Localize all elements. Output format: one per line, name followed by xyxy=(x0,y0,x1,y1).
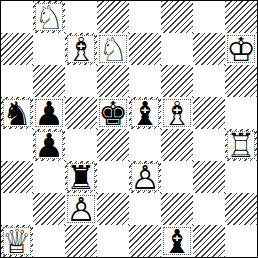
square-g2[interactable] xyxy=(193,193,225,225)
square-a5[interactable]: ♞ xyxy=(1,97,33,129)
square-d3[interactable] xyxy=(97,161,129,193)
square-c7[interactable]: ♗ xyxy=(65,33,97,65)
square-f5[interactable]: ♗ xyxy=(161,97,193,129)
square-h3[interactable] xyxy=(225,161,257,193)
square-f1[interactable]: ♝ xyxy=(161,225,193,257)
square-a8[interactable] xyxy=(1,1,33,33)
square-c6[interactable] xyxy=(65,65,97,97)
square-a1[interactable]: ♕ xyxy=(1,225,33,257)
square-b3[interactable] xyxy=(33,161,65,193)
square-e2[interactable] xyxy=(129,193,161,225)
white-rook-icon[interactable]: ♖ xyxy=(225,129,257,161)
square-f3[interactable] xyxy=(161,161,193,193)
square-d5[interactable]: ♚ xyxy=(97,97,129,129)
square-e1[interactable] xyxy=(129,225,161,257)
square-h6[interactable] xyxy=(225,65,257,97)
square-b2[interactable] xyxy=(33,193,65,225)
square-b7[interactable] xyxy=(33,33,65,65)
chess-board: ♘♗♘♔♞♟♚♝♗♟♖♜♙♙♕♝ xyxy=(0,0,258,258)
square-e7[interactable] xyxy=(129,33,161,65)
square-b1[interactable] xyxy=(33,225,65,257)
white-pawn-icon[interactable]: ♙ xyxy=(129,161,161,193)
square-f7[interactable] xyxy=(161,33,193,65)
black-pawn-icon[interactable]: ♟ xyxy=(33,129,65,161)
square-f8[interactable] xyxy=(161,1,193,33)
square-e5[interactable]: ♝ xyxy=(129,97,161,129)
square-c8[interactable] xyxy=(65,1,97,33)
square-g5[interactable] xyxy=(193,97,225,129)
black-bishop-icon[interactable]: ♝ xyxy=(161,225,193,257)
square-d6[interactable] xyxy=(97,65,129,97)
square-c3[interactable]: ♜ xyxy=(65,161,97,193)
square-h7[interactable]: ♔ xyxy=(225,33,257,65)
square-e6[interactable] xyxy=(129,65,161,97)
square-g4[interactable] xyxy=(193,129,225,161)
white-bishop-icon[interactable]: ♗ xyxy=(65,33,97,65)
white-knight-icon[interactable]: ♘ xyxy=(33,1,65,33)
square-d1[interactable] xyxy=(97,225,129,257)
square-h2[interactable] xyxy=(225,193,257,225)
square-d7[interactable]: ♘ xyxy=(97,33,129,65)
white-knight-icon[interactable]: ♘ xyxy=(97,33,129,65)
square-a3[interactable] xyxy=(1,161,33,193)
square-c2[interactable]: ♙ xyxy=(65,193,97,225)
square-f6[interactable] xyxy=(161,65,193,97)
square-e4[interactable] xyxy=(129,129,161,161)
square-c4[interactable] xyxy=(65,129,97,161)
square-h8[interactable] xyxy=(225,1,257,33)
square-c5[interactable] xyxy=(65,97,97,129)
white-pawn-icon[interactable]: ♙ xyxy=(65,193,97,225)
square-d8[interactable] xyxy=(97,1,129,33)
square-b6[interactable] xyxy=(33,65,65,97)
black-knight-icon[interactable]: ♞ xyxy=(1,97,33,129)
black-king-icon[interactable]: ♚ xyxy=(97,97,129,129)
square-g7[interactable] xyxy=(193,33,225,65)
square-d2[interactable] xyxy=(97,193,129,225)
square-f4[interactable] xyxy=(161,129,193,161)
square-a6[interactable] xyxy=(1,65,33,97)
white-bishop-icon[interactable]: ♗ xyxy=(161,97,193,129)
square-c1[interactable] xyxy=(65,225,97,257)
square-h5[interactable] xyxy=(225,97,257,129)
square-f2[interactable] xyxy=(161,193,193,225)
square-b4[interactable]: ♟ xyxy=(33,129,65,161)
black-rook-icon[interactable]: ♜ xyxy=(65,161,97,193)
white-queen-icon[interactable]: ♕ xyxy=(1,225,33,257)
square-g3[interactable] xyxy=(193,161,225,193)
square-h4[interactable]: ♖ xyxy=(225,129,257,161)
square-e3[interactable]: ♙ xyxy=(129,161,161,193)
black-pawn-icon[interactable]: ♟ xyxy=(33,97,65,129)
square-g6[interactable] xyxy=(193,65,225,97)
square-a7[interactable] xyxy=(1,33,33,65)
square-d4[interactable] xyxy=(97,129,129,161)
square-b5[interactable]: ♟ xyxy=(33,97,65,129)
square-a4[interactable] xyxy=(1,129,33,161)
square-g1[interactable] xyxy=(193,225,225,257)
white-king-icon[interactable]: ♔ xyxy=(225,33,257,65)
square-b8[interactable]: ♘ xyxy=(33,1,65,33)
square-h1[interactable] xyxy=(225,225,257,257)
black-bishop-icon[interactable]: ♝ xyxy=(129,97,161,129)
square-e8[interactable] xyxy=(129,1,161,33)
square-a2[interactable] xyxy=(1,193,33,225)
square-g8[interactable] xyxy=(193,1,225,33)
